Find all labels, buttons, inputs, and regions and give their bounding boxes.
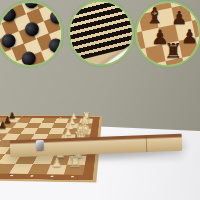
checker-piece: [0, 32, 18, 50]
square: ♜: [64, 165, 84, 175]
checker-piece: [23, 20, 41, 38]
dark-pawn-closeup: ♟: [181, 27, 198, 46]
metal-clasp: [36, 140, 44, 150]
dark-bishop-closeup: ♝: [145, 5, 165, 27]
black-pawn: ♟: [0, 133, 2, 143]
checker-piece: [22, 1, 40, 10]
white-rook: ♜: [61, 155, 88, 170]
product-photo: ♝ ♟ ♟ ♟ ♜ ♜♞♝♛♚♝♞♜♟♟♟♟♟♟♟♟♟♟♟♟♟♟♟♟♜♞♝♛♚♝…: [0, 0, 200, 200]
box-seam: [146, 135, 148, 152]
